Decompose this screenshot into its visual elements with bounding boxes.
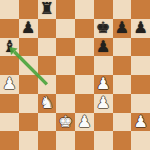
piece-white-pawn[interactable]: ♟ bbox=[133, 113, 147, 129]
square-h5[interactable] bbox=[131, 56, 150, 75]
piece-black-pawn[interactable]: ♟ bbox=[115, 20, 129, 36]
square-b2[interactable] bbox=[19, 113, 38, 132]
square-d8[interactable] bbox=[56, 0, 75, 19]
square-c8[interactable]: ♜ bbox=[38, 0, 57, 19]
square-a6[interactable]: ♝ bbox=[0, 38, 19, 57]
square-g5[interactable] bbox=[113, 56, 132, 75]
square-b1[interactable] bbox=[19, 131, 38, 150]
square-d5[interactable] bbox=[56, 56, 75, 75]
piece-black-rook[interactable]: ♜ bbox=[40, 1, 54, 17]
square-e8[interactable] bbox=[75, 0, 94, 19]
square-f7[interactable]: ♚ bbox=[94, 19, 113, 38]
square-f4[interactable]: ♟ bbox=[94, 75, 113, 94]
piece-white-king[interactable]: ♚ bbox=[58, 113, 72, 129]
square-d4[interactable] bbox=[56, 75, 75, 94]
square-c1[interactable] bbox=[38, 131, 57, 150]
square-a5[interactable] bbox=[0, 56, 19, 75]
square-g8[interactable] bbox=[113, 0, 132, 19]
piece-black-pawn[interactable]: ♟ bbox=[21, 20, 35, 36]
square-f5[interactable] bbox=[94, 56, 113, 75]
square-d6[interactable] bbox=[56, 38, 75, 57]
piece-white-pawn[interactable]: ♟ bbox=[2, 76, 16, 92]
square-a4[interactable]: ♟ bbox=[0, 75, 19, 94]
square-d7[interactable] bbox=[56, 19, 75, 38]
square-d3[interactable] bbox=[56, 94, 75, 113]
square-e7[interactable] bbox=[75, 19, 94, 38]
square-c7[interactable] bbox=[38, 19, 57, 38]
square-b6[interactable] bbox=[19, 38, 38, 57]
square-a8[interactable] bbox=[0, 0, 19, 19]
piece-black-pawn[interactable]: ♟ bbox=[96, 38, 110, 54]
square-a2[interactable] bbox=[0, 113, 19, 132]
square-g4[interactable] bbox=[113, 75, 132, 94]
square-b4[interactable] bbox=[19, 75, 38, 94]
square-g7[interactable]: ♟ bbox=[113, 19, 132, 38]
square-b8[interactable] bbox=[19, 0, 38, 19]
square-e3[interactable] bbox=[75, 94, 94, 113]
piece-black-pawn[interactable]: ♟ bbox=[133, 20, 147, 36]
square-b3[interactable] bbox=[19, 94, 38, 113]
square-d1[interactable] bbox=[56, 131, 75, 150]
square-f2[interactable] bbox=[94, 113, 113, 132]
piece-white-pawn[interactable]: ♟ bbox=[77, 113, 91, 129]
square-a3[interactable] bbox=[0, 94, 19, 113]
piece-black-bishop[interactable]: ♝ bbox=[2, 38, 16, 54]
square-f3[interactable]: ♟ bbox=[94, 94, 113, 113]
square-a7[interactable] bbox=[0, 19, 19, 38]
square-h6[interactable] bbox=[131, 38, 150, 57]
square-e4[interactable] bbox=[75, 75, 94, 94]
square-d2[interactable]: ♚ bbox=[56, 113, 75, 132]
square-h1[interactable] bbox=[131, 131, 150, 150]
square-h8[interactable] bbox=[131, 0, 150, 19]
square-c4[interactable] bbox=[38, 75, 57, 94]
square-e6[interactable] bbox=[75, 38, 94, 57]
square-f6[interactable]: ♟ bbox=[94, 38, 113, 57]
square-b5[interactable] bbox=[19, 56, 38, 75]
square-c2[interactable] bbox=[38, 113, 57, 132]
square-c3[interactable]: ♞ bbox=[38, 94, 57, 113]
square-h4[interactable] bbox=[131, 75, 150, 94]
square-a1[interactable] bbox=[0, 131, 19, 150]
square-e2[interactable]: ♟ bbox=[75, 113, 94, 132]
chess-board-stage: ♜♟♚♟♟♝♟♟♟♞♟♚♟♟ bbox=[0, 0, 150, 150]
square-e5[interactable] bbox=[75, 56, 94, 75]
piece-white-knight[interactable]: ♞ bbox=[40, 95, 54, 111]
square-g3[interactable] bbox=[113, 94, 132, 113]
square-h7[interactable]: ♟ bbox=[131, 19, 150, 38]
square-g2[interactable] bbox=[113, 113, 132, 132]
square-f1[interactable] bbox=[94, 131, 113, 150]
square-h3[interactable] bbox=[131, 94, 150, 113]
square-f8[interactable] bbox=[94, 0, 113, 19]
square-b7[interactable]: ♟ bbox=[19, 19, 38, 38]
piece-black-king[interactable]: ♚ bbox=[96, 20, 110, 36]
square-e1[interactable] bbox=[75, 131, 94, 150]
square-c5[interactable] bbox=[38, 56, 57, 75]
square-c6[interactable] bbox=[38, 38, 57, 57]
square-g6[interactable] bbox=[113, 38, 132, 57]
piece-white-pawn[interactable]: ♟ bbox=[96, 95, 110, 111]
square-h2[interactable]: ♟ bbox=[131, 113, 150, 132]
piece-white-pawn[interactable]: ♟ bbox=[96, 76, 110, 92]
chess-board[interactable]: ♜♟♚♟♟♝♟♟♟♞♟♚♟♟ bbox=[0, 0, 150, 150]
square-g1[interactable] bbox=[113, 131, 132, 150]
